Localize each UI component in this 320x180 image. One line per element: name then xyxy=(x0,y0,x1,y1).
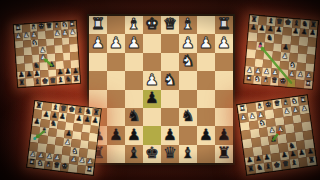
chess-thumbnail-stage: ♜♝♚♛♝♞♜♟♟♟♟♟♟♞♟♟♞♟♟♟♟♟♟♟♜♝♚♛♝♞♜ ♜♝♛♚♝♞♜♟… xyxy=(0,0,320,180)
square[interactable]: ♟ xyxy=(107,126,125,144)
white-king-piece: ♚ xyxy=(61,163,68,171)
white-knight-piece: ♞ xyxy=(36,160,43,168)
white-pawn-piece: ♟ xyxy=(62,30,69,37)
black-queen-piece: ♛ xyxy=(49,77,56,84)
square[interactable] xyxy=(197,53,215,71)
square[interactable] xyxy=(179,71,197,89)
square[interactable] xyxy=(161,53,179,71)
square: ♜ xyxy=(72,75,80,83)
black-bishop-piece: ♝ xyxy=(291,160,298,168)
square[interactable] xyxy=(125,90,143,108)
white-pawn-piece: ♟ xyxy=(301,105,308,113)
white-knight-piece: ♞ xyxy=(291,98,298,106)
corner-board-bottom-left: ♜♝♛♚♝♞♜♟♟♟♟♟♟♟♞♝♟♟♞♟♟♟♟♟♟♟♜♞♝♛♚♜ xyxy=(26,100,102,176)
black-pawn-piece: ♟ xyxy=(275,27,282,35)
white-bishop-piece: ♝ xyxy=(282,99,289,107)
black-pawn-piece: ♟ xyxy=(26,71,33,78)
white-knight-piece: ♞ xyxy=(259,120,266,128)
square[interactable] xyxy=(107,53,125,71)
white-pawn-piece: ♟ xyxy=(281,53,288,61)
square[interactable]: ♚ xyxy=(143,16,161,34)
white-pawn-piece: ♟ xyxy=(217,36,231,52)
square[interactable]: ♟ xyxy=(215,126,233,144)
black-queen-piece: ♛ xyxy=(163,146,177,162)
square[interactable] xyxy=(143,34,161,52)
square[interactable] xyxy=(197,71,215,89)
square[interactable]: ♛ xyxy=(161,145,179,163)
square[interactable] xyxy=(89,71,107,89)
white-pawn-piece: ♟ xyxy=(240,114,247,122)
square[interactable]: ♜ xyxy=(215,145,233,163)
white-knight-piece: ♞ xyxy=(31,40,38,47)
white-bishop-piece: ♝ xyxy=(262,77,269,85)
white-bishop-piece: ♝ xyxy=(127,17,141,33)
white-pawn-piece: ♟ xyxy=(297,71,304,79)
white-pawn-piece: ♟ xyxy=(64,139,71,147)
white-king-piece: ♚ xyxy=(145,17,159,33)
main-chess-board[interactable]: ♜♝♚♛♝♜♟♟♟♟♟♟♞♟♞♟♞♞♟♟♟♟♟♟♜♝♚♛♝♜ xyxy=(87,14,235,165)
square[interactable]: ♝ xyxy=(179,16,197,34)
square[interactable] xyxy=(161,108,179,126)
white-pawn-piece: ♟ xyxy=(249,112,256,120)
black-pawn-piece: ♟ xyxy=(250,24,257,32)
white-bishop-piece: ♝ xyxy=(181,17,195,33)
square[interactable]: ♟ xyxy=(215,34,233,52)
black-pawn-piece: ♟ xyxy=(48,62,55,69)
white-pawn-piece: ♟ xyxy=(40,54,47,61)
square[interactable]: ♟ xyxy=(143,71,161,89)
white-rook-piece: ♜ xyxy=(245,75,252,83)
white-pawn-piece: ♟ xyxy=(199,36,213,52)
white-king-piece: ♚ xyxy=(279,78,286,86)
corner-board-top-left: ♜♝♚♛♝♞♜♟♟♟♟♟♟♞♟♟♞♟♟♟♟♟♟♟♜♝♚♛♝♞♜ xyxy=(13,20,81,88)
black-king-piece: ♚ xyxy=(68,106,75,114)
black-knight-piece: ♞ xyxy=(65,76,72,83)
white-bishop-piece: ♝ xyxy=(45,161,52,169)
square[interactable]: ♟ xyxy=(107,34,125,52)
white-pawn-piece: ♟ xyxy=(288,71,295,79)
square[interactable]: ♟ xyxy=(143,90,161,108)
black-rook-piece: ♜ xyxy=(308,157,315,165)
square[interactable] xyxy=(107,145,125,163)
white-king-piece: ♚ xyxy=(38,24,45,31)
square[interactable]: ♞ xyxy=(125,108,143,126)
black-pawn-piece: ♟ xyxy=(59,113,66,121)
square[interactable]: ♛ xyxy=(161,16,179,34)
square[interactable]: ♜ xyxy=(215,16,233,34)
square[interactable] xyxy=(107,16,125,34)
black-king-piece: ♚ xyxy=(284,19,291,27)
black-pawn-piece: ♟ xyxy=(270,136,277,144)
black-pawn-piece: ♟ xyxy=(33,118,40,126)
square[interactable] xyxy=(107,90,125,108)
white-bishop-piece: ♝ xyxy=(257,42,264,50)
square[interactable] xyxy=(197,16,215,34)
square[interactable] xyxy=(125,53,143,71)
black-bishop-piece: ♝ xyxy=(34,78,41,85)
white-pawn-piece: ♟ xyxy=(268,127,275,135)
square[interactable]: ♟ xyxy=(197,126,215,144)
white-rook-piece: ♜ xyxy=(86,166,93,174)
white-pawn-piece: ♟ xyxy=(283,108,290,116)
white-pawn-piece: ♟ xyxy=(15,33,22,40)
black-rook-piece: ♜ xyxy=(217,146,231,162)
square[interactable] xyxy=(197,108,215,126)
square[interactable]: ♟ xyxy=(125,126,143,144)
black-pawn-piece: ♟ xyxy=(298,150,305,158)
square[interactable] xyxy=(143,108,161,126)
square[interactable] xyxy=(89,53,107,71)
white-knight-piece: ♞ xyxy=(181,54,195,70)
black-pawn-piece: ♟ xyxy=(83,116,90,124)
square[interactable]: ♝ xyxy=(179,145,197,163)
square[interactable] xyxy=(215,53,233,71)
square: ♜ xyxy=(307,156,317,166)
black-rook-piece: ♜ xyxy=(247,166,254,174)
black-knight-piece: ♞ xyxy=(266,34,273,42)
black-pawn-piece: ♟ xyxy=(42,111,49,119)
square[interactable]: ♟ xyxy=(179,34,197,52)
square[interactable]: ♞ xyxy=(161,71,179,89)
square[interactable]: ♟ xyxy=(125,34,143,52)
white-pawn-piece: ♟ xyxy=(78,157,85,165)
white-rook-piece: ♜ xyxy=(28,159,35,167)
square[interactable] xyxy=(143,126,161,144)
white-pawn-piece: ♟ xyxy=(277,126,284,134)
square[interactable] xyxy=(179,126,197,144)
black-pawn-piece: ♟ xyxy=(127,128,141,144)
square[interactable] xyxy=(197,145,215,163)
square[interactable] xyxy=(215,90,233,108)
black-bishop-piece: ♝ xyxy=(181,146,195,162)
square[interactable]: ♝ xyxy=(125,16,143,34)
white-rook-piece: ♜ xyxy=(217,17,231,33)
black-bishop-piece: ♝ xyxy=(127,146,141,162)
black-pawn-piece: ♟ xyxy=(292,28,299,36)
white-king-piece: ♚ xyxy=(265,101,272,109)
black-king-piece: ♚ xyxy=(145,146,159,162)
square[interactable] xyxy=(215,71,233,89)
square[interactable]: ♞ xyxy=(179,108,197,126)
square[interactable] xyxy=(197,90,215,108)
white-knight-piece: ♞ xyxy=(163,73,177,89)
black-pawn-piece: ♟ xyxy=(199,128,213,144)
square[interactable] xyxy=(125,71,143,89)
black-king-piece: ♚ xyxy=(42,78,49,85)
white-queen-piece: ♛ xyxy=(53,162,60,170)
black-knight-piece: ♞ xyxy=(181,109,195,125)
black-knight-piece: ♞ xyxy=(256,164,263,172)
square: ♜ xyxy=(303,80,312,89)
black-pawn-piece: ♟ xyxy=(309,30,316,38)
square[interactable] xyxy=(179,90,197,108)
black-pawn-piece: ♟ xyxy=(145,91,159,107)
black-knight-piece: ♞ xyxy=(50,120,57,128)
white-pawn-piece: ♟ xyxy=(145,73,159,89)
white-pawn-piece: ♟ xyxy=(91,36,105,52)
square: ♜ xyxy=(85,166,94,175)
white-rook-piece: ♜ xyxy=(305,80,312,88)
black-king-piece: ♚ xyxy=(273,162,280,170)
black-pawn-piece: ♟ xyxy=(282,44,289,52)
black-pawn-piece: ♟ xyxy=(301,29,308,37)
white-queen-piece: ♛ xyxy=(46,23,53,30)
white-pawn-piece: ♟ xyxy=(292,106,299,114)
white-rook-piece: ♜ xyxy=(299,97,306,105)
square[interactable]: ♟ xyxy=(161,126,179,144)
black-rook-piece: ♜ xyxy=(18,79,25,86)
black-pawn-piece: ♟ xyxy=(217,128,231,144)
square[interactable] xyxy=(161,34,179,52)
square[interactable]: ♟ xyxy=(89,34,107,52)
square[interactable]: ♟ xyxy=(197,34,215,52)
white-bishop-piece: ♝ xyxy=(256,103,263,111)
black-queen-piece: ♛ xyxy=(282,161,289,169)
black-rook-piece: ♜ xyxy=(73,75,80,82)
white-knight-piece: ♞ xyxy=(254,76,261,84)
square[interactable]: ♜ xyxy=(89,16,107,34)
square[interactable] xyxy=(107,108,125,126)
black-pawn-piece: ♟ xyxy=(109,128,123,144)
black-pawn-piece: ♟ xyxy=(65,131,72,139)
square[interactable]: ♚ xyxy=(143,145,161,163)
white-knight-piece: ♞ xyxy=(289,62,296,70)
white-pawn-piece: ♟ xyxy=(23,32,30,39)
square[interactable] xyxy=(107,71,125,89)
white-queen-piece: ♛ xyxy=(163,17,177,33)
black-pawn-piece: ♟ xyxy=(163,128,177,144)
black-pawn-piece: ♟ xyxy=(75,115,82,123)
white-bishop-piece: ♝ xyxy=(40,128,47,136)
black-pawn-piece: ♟ xyxy=(92,117,99,125)
black-bishop-piece: ♝ xyxy=(265,163,272,171)
black-bishop-piece: ♝ xyxy=(57,77,64,84)
white-pawn-piece: ♟ xyxy=(69,29,76,36)
white-pawn-piece: ♟ xyxy=(109,36,123,52)
white-rook-piece: ♜ xyxy=(239,105,246,113)
square[interactable]: ♝ xyxy=(125,145,143,163)
white-pawn-piece: ♟ xyxy=(127,36,141,52)
white-queen-piece: ♛ xyxy=(271,78,278,86)
square[interactable]: ♞ xyxy=(179,53,197,71)
square[interactable] xyxy=(143,53,161,71)
corner-board-top-right: ♜♝♛♚♝♞♜♟♟♟♟♟♟♟♞♝♟♟♞♟♟♟♟♟♟♟♜♞♝♛♚♜ xyxy=(243,14,319,90)
square[interactable] xyxy=(215,108,233,126)
black-knight-piece: ♞ xyxy=(127,109,141,125)
black-pawn-piece: ♟ xyxy=(267,26,274,34)
square[interactable] xyxy=(89,90,107,108)
white-pawn-piece: ♟ xyxy=(70,156,77,164)
white-queen-piece: ♛ xyxy=(273,100,280,108)
white-pawn-piece: ♟ xyxy=(181,36,195,52)
square[interactable] xyxy=(161,90,179,108)
black-pawn-piece: ♟ xyxy=(258,25,265,33)
black-rook-piece: ♜ xyxy=(35,102,42,110)
white-rook-piece: ♜ xyxy=(91,17,105,33)
white-pawn-piece: ♟ xyxy=(54,30,61,37)
corner-board-bottom-right: ♜♝♚♛♝♞♜♟♟♟♟♟♟♞♟♟♟♞♟♟♟♟♟♟♟♜♞♝♚♛♝♜ xyxy=(236,94,317,175)
